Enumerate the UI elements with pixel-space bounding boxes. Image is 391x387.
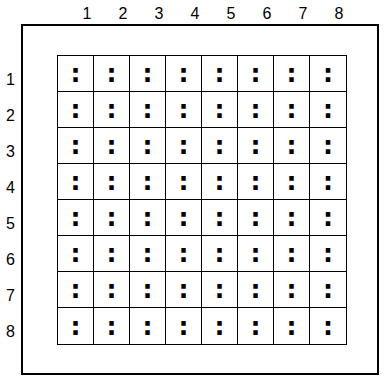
- row-label-2: 2: [0, 98, 21, 134]
- cell-r5c8[interactable]: :: [310, 200, 346, 236]
- cell-r3c2[interactable]: :: [94, 128, 130, 164]
- cell-r2c1[interactable]: :: [58, 92, 94, 128]
- cell-r7c1[interactable]: :: [58, 272, 94, 308]
- cell-r1c5[interactable]: :: [202, 56, 238, 92]
- row-label-4: 4: [0, 170, 21, 206]
- cell-r2c2[interactable]: :: [94, 92, 130, 128]
- cell-r6c1[interactable]: :: [58, 236, 94, 272]
- cell-r4c5[interactable]: :: [202, 164, 238, 200]
- cell-r4c2[interactable]: :: [94, 164, 130, 200]
- cell-r4c7[interactable]: :: [274, 164, 310, 200]
- cell-r6c3[interactable]: :: [130, 236, 166, 272]
- column-labels: 12345678: [69, 5, 357, 23]
- cell-r7c6[interactable]: :: [238, 272, 274, 308]
- cell-r6c7[interactable]: :: [274, 236, 310, 272]
- cell-r5c7[interactable]: :: [274, 200, 310, 236]
- cell-r3c7[interactable]: :: [274, 128, 310, 164]
- cell-r4c1[interactable]: :: [58, 164, 94, 200]
- cell-r1c7[interactable]: :: [274, 56, 310, 92]
- cell-r6c8[interactable]: :: [310, 236, 346, 272]
- row-label-6: 6: [0, 242, 21, 278]
- cell-r1c4[interactable]: :: [166, 56, 202, 92]
- cell-r3c5[interactable]: :: [202, 128, 238, 164]
- cell-r2c8[interactable]: :: [310, 92, 346, 128]
- cell-r5c1[interactable]: :: [58, 200, 94, 236]
- board-grid: ::::::::::::::::::::::::::::::::::::::::…: [57, 55, 347, 345]
- cell-r8c5[interactable]: :: [202, 308, 238, 344]
- cell-r5c3[interactable]: :: [130, 200, 166, 236]
- cell-r1c1[interactable]: :: [58, 56, 94, 92]
- row-label-1: 1: [0, 62, 21, 98]
- cell-r8c2[interactable]: :: [94, 308, 130, 344]
- cell-r8c7[interactable]: :: [274, 308, 310, 344]
- column-label-6: 6: [249, 5, 285, 23]
- cell-r5c5[interactable]: :: [202, 200, 238, 236]
- cell-r3c8[interactable]: :: [310, 128, 346, 164]
- cell-r5c4[interactable]: :: [166, 200, 202, 236]
- cell-r1c2[interactable]: :: [94, 56, 130, 92]
- cell-r5c2[interactable]: :: [94, 200, 130, 236]
- cell-r5c6[interactable]: :: [238, 200, 274, 236]
- cell-r2c3[interactable]: :: [130, 92, 166, 128]
- cell-r3c4[interactable]: :: [166, 128, 202, 164]
- column-label-8: 8: [321, 5, 357, 23]
- cell-r3c1[interactable]: :: [58, 128, 94, 164]
- cell-r7c4[interactable]: :: [166, 272, 202, 308]
- cell-r2c5[interactable]: :: [202, 92, 238, 128]
- column-label-3: 3: [141, 5, 177, 23]
- cell-r2c6[interactable]: :: [238, 92, 274, 128]
- column-label-7: 7: [285, 5, 321, 23]
- cell-r1c8[interactable]: :: [310, 56, 346, 92]
- cell-r7c3[interactable]: :: [130, 272, 166, 308]
- cell-r6c6[interactable]: :: [238, 236, 274, 272]
- cell-r8c4[interactable]: :: [166, 308, 202, 344]
- cell-r2c7[interactable]: :: [274, 92, 310, 128]
- row-label-3: 3: [0, 134, 21, 170]
- row-label-7: 7: [0, 278, 21, 314]
- cell-r2c4[interactable]: :: [166, 92, 202, 128]
- cell-r7c8[interactable]: :: [310, 272, 346, 308]
- cell-r4c6[interactable]: :: [238, 164, 274, 200]
- cell-r8c1[interactable]: :: [58, 308, 94, 344]
- row-label-5: 5: [0, 206, 21, 242]
- cell-r4c3[interactable]: :: [130, 164, 166, 200]
- board-diagram: 12345678 12345678 ::::::::::::::::::::::…: [0, 0, 391, 387]
- cell-r7c5[interactable]: :: [202, 272, 238, 308]
- column-label-2: 2: [105, 5, 141, 23]
- cell-r6c2[interactable]: :: [94, 236, 130, 272]
- cell-r4c8[interactable]: :: [310, 164, 346, 200]
- column-label-4: 4: [177, 5, 213, 23]
- cell-r8c6[interactable]: :: [238, 308, 274, 344]
- cell-r1c3[interactable]: :: [130, 56, 166, 92]
- column-label-5: 5: [213, 5, 249, 23]
- cell-r6c5[interactable]: :: [202, 236, 238, 272]
- row-label-8: 8: [0, 314, 21, 350]
- cell-r7c7[interactable]: :: [274, 272, 310, 308]
- cell-r4c4[interactable]: :: [166, 164, 202, 200]
- column-label-1: 1: [69, 5, 105, 23]
- cell-r3c6[interactable]: :: [238, 128, 274, 164]
- row-labels: 12345678: [0, 62, 21, 350]
- cell-r7c2[interactable]: :: [94, 272, 130, 308]
- cell-r8c8[interactable]: :: [310, 308, 346, 344]
- cell-r6c4[interactable]: :: [166, 236, 202, 272]
- cell-r1c6[interactable]: :: [238, 56, 274, 92]
- cell-r3c3[interactable]: :: [130, 128, 166, 164]
- cell-r8c3[interactable]: :: [130, 308, 166, 344]
